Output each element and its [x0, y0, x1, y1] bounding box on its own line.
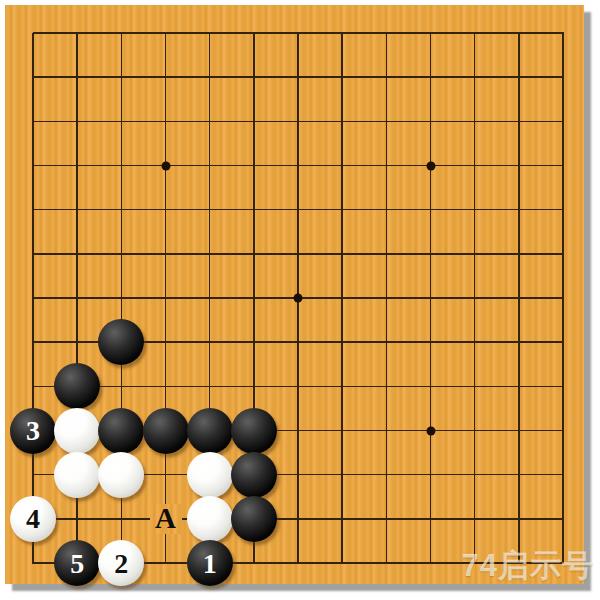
grid-line-horizontal: [33, 518, 564, 520]
grid-line-vertical: [518, 33, 520, 564]
black-stone-move-1: 1: [187, 540, 233, 586]
screenshot-root: A34521 74启示号: [0, 0, 600, 600]
black-stone: [231, 496, 277, 542]
star-point: [426, 161, 435, 170]
stone-move-number: 4: [26, 504, 40, 533]
white-stone: [98, 452, 144, 498]
white-stone-move-4: 4: [10, 496, 56, 542]
grid-line-horizontal: [33, 386, 564, 388]
star-point: [294, 294, 303, 303]
black-stone: [98, 319, 144, 365]
black-stone: [231, 452, 277, 498]
grid-line-vertical: [430, 33, 432, 564]
black-stone: [54, 363, 100, 409]
black-stone: [143, 408, 189, 454]
board-grid: A34521: [33, 33, 563, 563]
grid-line-vertical: [341, 33, 343, 564]
white-stone-move-2: 2: [98, 540, 144, 586]
grid-line-vertical: [474, 33, 476, 564]
white-stone: [54, 408, 100, 454]
black-stone: [231, 408, 277, 454]
white-stone: [187, 496, 233, 542]
stone-move-number: 1: [203, 549, 217, 578]
black-stone-move-5: 5: [54, 540, 100, 586]
black-stone-move-3: 3: [10, 408, 56, 454]
stone-move-number: 3: [26, 416, 40, 445]
star-point: [426, 426, 435, 435]
star-point: [161, 161, 170, 170]
black-stone: [187, 408, 233, 454]
white-stone: [54, 452, 100, 498]
stone-move-number: 2: [114, 549, 128, 578]
white-stone: [187, 452, 233, 498]
black-stone: [98, 408, 144, 454]
go-board: A34521: [5, 5, 584, 584]
grid-line-vertical: [562, 33, 564, 564]
point-marker-a: A: [150, 504, 182, 534]
stone-move-number: 5: [70, 549, 84, 578]
grid-line-vertical: [386, 33, 388, 564]
